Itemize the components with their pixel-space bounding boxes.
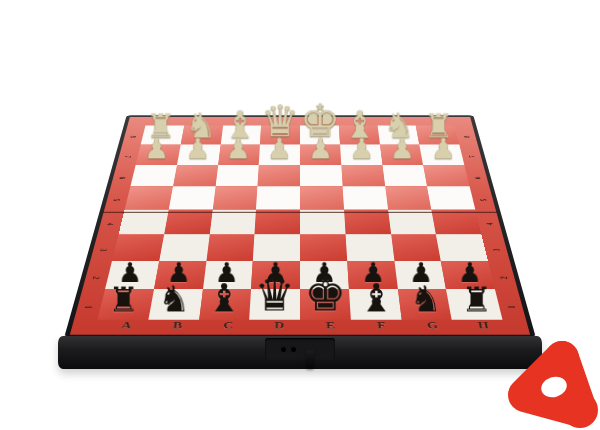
square-c4 — [209, 210, 256, 235]
latch-pin-icon — [281, 347, 286, 352]
square-d1: ♛ — [249, 289, 300, 320]
file-label-g: G — [406, 321, 459, 334]
square-f4 — [344, 210, 391, 235]
rank-label-left-8: 8 — [113, 133, 154, 140]
square-g7: ♟ — [380, 145, 424, 165]
file-label-e: E — [305, 321, 357, 334]
board-red-border: ♜♞♝♛♚♝♞♜♟♟♟♟♟♟♟♟♟♟♟♟♟♟♟♟♜♞♝♛♚♝♞♜ ABCDEFG… — [70, 117, 530, 335]
rank-label-left-7: 7 — [107, 153, 150, 161]
black-knight-b1: ♞ — [158, 281, 190, 317]
white-pawn-b7: ♟ — [185, 135, 210, 163]
trilobe-logo-icon — [508, 341, 600, 430]
rank-label-right-7: 7 — [450, 153, 493, 161]
file-label-f: F — [356, 321, 408, 334]
square-g5 — [385, 186, 432, 209]
file-label-c: C — [202, 321, 254, 334]
white-pawn-d7: ♟ — [267, 135, 292, 163]
rank-label-right-2: 2 — [478, 272, 529, 283]
white-pawn-g7: ♟ — [390, 135, 415, 163]
square-f6 — [341, 165, 385, 187]
square-c5 — [212, 186, 257, 209]
rank-label-right-3: 3 — [472, 245, 521, 255]
rank-label-left-4: 4 — [87, 219, 134, 229]
square-c1: ♝ — [199, 289, 252, 320]
square-f1: ♝ — [349, 289, 402, 320]
white-pawn-f7: ♟ — [349, 135, 374, 163]
square-g6 — [382, 165, 427, 187]
square-c7: ♟ — [218, 145, 260, 165]
product-photo-scene: ♜♞♝♛♚♝♞♜♟♟♟♟♟♟♟♟♟♟♟♟♟♟♟♟♜♞♝♛♚♝♞♜ ABCDEFG… — [0, 0, 600, 430]
black-king-e1: ♚ — [304, 270, 346, 317]
square-e7: ♟ — [300, 145, 341, 165]
board-front-edge — [58, 336, 542, 369]
square-e5 — [300, 186, 344, 209]
latch-tab — [306, 350, 314, 368]
board-hinge — [102, 212, 499, 213]
rank-label-left-3: 3 — [79, 245, 128, 255]
square-e6 — [300, 165, 342, 187]
file-label-a: A — [99, 321, 153, 334]
square-b4 — [164, 210, 212, 235]
rank-label-right-6: 6 — [455, 173, 499, 181]
chess-board-grid: ♜♞♝♛♚♝♞♜♟♟♟♟♟♟♟♟♟♟♟♟♟♟♟♟♜♞♝♛♚♝♞♜ — [97, 125, 502, 319]
rank-label-right-8: 8 — [446, 133, 487, 140]
square-e4 — [300, 210, 345, 235]
square-b1: ♞ — [148, 289, 202, 320]
rank-label-left-2: 2 — [71, 272, 122, 283]
square-f7: ♟ — [340, 145, 382, 165]
black-bishop-f1: ♝ — [358, 278, 393, 317]
square-e1: ♚ — [300, 289, 351, 320]
square-d4 — [255, 210, 300, 235]
square-c6 — [215, 165, 259, 187]
square-b7: ♟ — [177, 145, 221, 165]
black-knight-g1: ♞ — [410, 281, 442, 317]
rank-label-right-1: 1 — [485, 301, 538, 313]
rank-label-left-5: 5 — [94, 196, 140, 205]
file-label-h: H — [457, 321, 511, 334]
file-label-b: B — [151, 321, 204, 334]
file-labels: ABCDEFGH — [99, 321, 511, 334]
square-d6 — [258, 165, 300, 187]
square-d7: ♟ — [259, 145, 300, 165]
white-pawn-e7: ♟ — [308, 135, 333, 163]
latch-pin-icon — [291, 347, 296, 352]
rank-label-right-5: 5 — [460, 196, 506, 205]
black-bishop-c1: ♝ — [207, 278, 242, 317]
black-queen-d1: ♛ — [255, 272, 295, 317]
rank-label-left-1: 1 — [62, 301, 115, 313]
square-g1: ♞ — [397, 289, 451, 320]
white-pawn-c7: ♟ — [226, 135, 251, 163]
square-g4 — [388, 210, 436, 235]
square-f5 — [342, 186, 387, 209]
board-frame: ♜♞♝♛♚♝♞♜♟♟♟♟♟♟♟♟♟♟♟♟♟♟♟♟♜♞♝♛♚♝♞♜ ABCDEFG… — [64, 115, 536, 338]
rank-label-left-6: 6 — [101, 173, 145, 181]
square-d5 — [256, 186, 300, 209]
chess-board-3d: ♜♞♝♛♚♝♞♜♟♟♟♟♟♟♟♟♟♟♟♟♟♟♟♟♜♞♝♛♚♝♞♜ ABCDEFG… — [64, 115, 536, 338]
board-latch — [265, 338, 335, 360]
square-b5 — [169, 186, 216, 209]
rank-label-right-4: 4 — [466, 219, 513, 229]
square-b6 — [173, 165, 218, 187]
file-label-d: D — [253, 321, 304, 334]
